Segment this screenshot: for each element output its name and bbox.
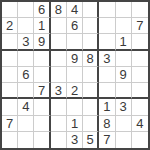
- cell-r9c9[interactable]: [132, 132, 148, 148]
- cell-r7c8[interactable]: 3: [116, 99, 132, 115]
- cell-r5c7[interactable]: [99, 67, 115, 83]
- cell-r2c7[interactable]: [99, 18, 115, 34]
- cell-r3c4[interactable]: [51, 34, 67, 50]
- cell-r4c2[interactable]: [18, 51, 34, 67]
- cell-r4c1[interactable]: [2, 51, 18, 67]
- cell-r5c2[interactable]: 6: [18, 67, 34, 83]
- cell-r7c1[interactable]: [2, 99, 18, 115]
- cell-r1c2[interactable]: [18, 2, 34, 18]
- cell-r9c1[interactable]: [2, 132, 18, 148]
- cell-r6c5[interactable]: 2: [67, 83, 83, 99]
- cell-r2c9[interactable]: 7: [132, 18, 148, 34]
- cell-r9c3[interactable]: [34, 132, 50, 148]
- cell-r7c7[interactable]: 1: [99, 99, 115, 115]
- cell-r1c8[interactable]: [116, 2, 132, 18]
- cell-r5c1[interactable]: [2, 67, 18, 83]
- cell-r1c3[interactable]: 6: [34, 2, 50, 18]
- cell-r6c4[interactable]: 3: [51, 83, 67, 99]
- cell-r2c2[interactable]: [18, 18, 34, 34]
- cell-r1c9[interactable]: [132, 2, 148, 18]
- cell-r1c7[interactable]: [99, 2, 115, 18]
- cell-r7c2[interactable]: 4: [18, 99, 34, 115]
- cell-r3c7[interactable]: [99, 34, 115, 50]
- cell-r5c4[interactable]: [51, 67, 67, 83]
- cell-r6c2[interactable]: [18, 83, 34, 99]
- cell-r8c2[interactable]: [18, 116, 34, 132]
- cell-r9c8[interactable]: [116, 132, 132, 148]
- cell-r3c8[interactable]: 1: [116, 34, 132, 50]
- cell-r2c4[interactable]: [51, 18, 67, 34]
- cell-r4c7[interactable]: 3: [99, 51, 115, 67]
- cell-r9c2[interactable]: [18, 132, 34, 148]
- cell-r3c6[interactable]: [83, 34, 99, 50]
- cell-r1c5[interactable]: 4: [67, 2, 83, 18]
- cell-r7c9[interactable]: [132, 99, 148, 115]
- cell-r8c1[interactable]: 7: [2, 116, 18, 132]
- cell-r5c3[interactable]: [34, 67, 50, 83]
- sudoku-board: 6842167391983697324137184357: [0, 0, 150, 150]
- cell-r8c9[interactable]: 4: [132, 116, 148, 132]
- cell-r1c6[interactable]: [83, 2, 99, 18]
- cell-r2c3[interactable]: 1: [34, 18, 50, 34]
- cell-r5c6[interactable]: [83, 67, 99, 83]
- cell-r6c3[interactable]: 7: [34, 83, 50, 99]
- cell-r4c4[interactable]: [51, 51, 67, 67]
- cell-r2c5[interactable]: 6: [67, 18, 83, 34]
- cell-r3c5[interactable]: [67, 34, 83, 50]
- cell-r4c3[interactable]: [34, 51, 50, 67]
- cell-r2c8[interactable]: [116, 18, 132, 34]
- cell-r7c6[interactable]: [83, 99, 99, 115]
- cell-r6c8[interactable]: [116, 83, 132, 99]
- cell-r4c5[interactable]: 9: [67, 51, 83, 67]
- cell-r1c4[interactable]: 8: [51, 2, 67, 18]
- cell-r7c3[interactable]: [34, 99, 50, 115]
- cell-r2c6[interactable]: [83, 18, 99, 34]
- cell-r7c4[interactable]: [51, 99, 67, 115]
- cell-r5c9[interactable]: [132, 67, 148, 83]
- cell-r8c6[interactable]: [83, 116, 99, 132]
- cell-r5c8[interactable]: 9: [116, 67, 132, 83]
- cell-r9c4[interactable]: [51, 132, 67, 148]
- cell-r4c9[interactable]: [132, 51, 148, 67]
- cell-r8c7[interactable]: 8: [99, 116, 115, 132]
- cell-r3c3[interactable]: 9: [34, 34, 50, 50]
- cell-r6c7[interactable]: [99, 83, 115, 99]
- cell-r6c1[interactable]: [2, 83, 18, 99]
- cell-r7c5[interactable]: [67, 99, 83, 115]
- cell-r9c6[interactable]: 5: [83, 132, 99, 148]
- cell-r3c2[interactable]: 3: [18, 34, 34, 50]
- cell-r8c3[interactable]: [34, 116, 50, 132]
- cell-r4c6[interactable]: 8: [83, 51, 99, 67]
- cell-r2c1[interactable]: 2: [2, 18, 18, 34]
- cell-r6c6[interactable]: [83, 83, 99, 99]
- cell-r8c4[interactable]: [51, 116, 67, 132]
- cell-r4c8[interactable]: [116, 51, 132, 67]
- cell-r8c8[interactable]: [116, 116, 132, 132]
- cell-r8c5[interactable]: 1: [67, 116, 83, 132]
- cell-r9c5[interactable]: 3: [67, 132, 83, 148]
- cell-r3c1[interactable]: [2, 34, 18, 50]
- cell-r6c9[interactable]: [132, 83, 148, 99]
- cell-r1c1[interactable]: [2, 2, 18, 18]
- cell-r5c5[interactable]: [67, 67, 83, 83]
- cell-r3c9[interactable]: [132, 34, 148, 50]
- cell-r9c7[interactable]: 7: [99, 132, 115, 148]
